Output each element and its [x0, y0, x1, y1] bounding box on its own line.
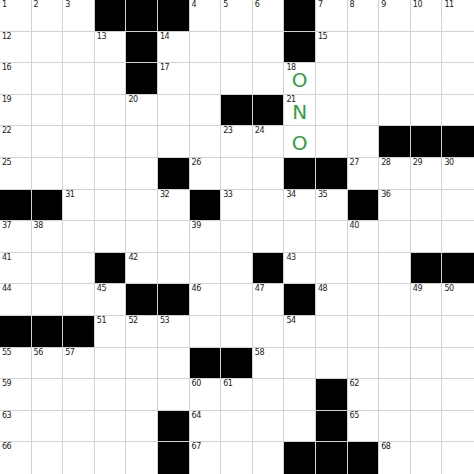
clue-number: 42 — [128, 254, 137, 262]
cell-r4c11[interactable] — [316, 95, 348, 127]
cell-r11c9[interactable] — [253, 316, 285, 348]
clue-number: 33 — [223, 191, 232, 199]
cell-r12c13[interactable] — [379, 348, 411, 380]
cell-r2c14[interactable] — [411, 32, 443, 64]
clue-number: 41 — [2, 254, 11, 262]
cell-r11c5[interactable]: 52 — [126, 316, 158, 348]
black-cell-r7c7 — [190, 190, 222, 222]
cell-r13c5[interactable] — [126, 379, 158, 411]
clue-number: 28 — [381, 159, 390, 167]
cell-r2c1[interactable]: 12 — [0, 32, 32, 64]
cell-r14c12[interactable]: 65 — [348, 411, 380, 443]
black-cell-r2c5 — [126, 32, 158, 64]
cell-r5c7[interactable] — [190, 126, 222, 158]
cell-r15c9[interactable] — [253, 442, 285, 474]
cell-r8c1[interactable]: 37 — [0, 221, 32, 253]
black-cell-r12c7 — [190, 348, 222, 380]
cell-r1c14[interactable]: 10 — [411, 0, 443, 32]
black-cell-r5c14 — [411, 126, 443, 158]
cell-r5c11[interactable] — [316, 126, 348, 158]
cell-r6c13[interactable]: 28 — [379, 158, 411, 190]
cell-r8c4[interactable] — [95, 221, 127, 253]
cell-r14c3[interactable] — [63, 411, 95, 443]
cell-r4c6[interactable] — [158, 95, 190, 127]
cell-letter: O — [284, 63, 315, 94]
cell-r13c12[interactable]: 62 — [348, 379, 380, 411]
black-cell-r9c4 — [95, 253, 127, 285]
cell-r15c2[interactable] — [32, 442, 64, 474]
cell-r4c13[interactable] — [379, 95, 411, 127]
clue-number: 46 — [192, 285, 201, 293]
clue-number: 60 — [192, 380, 201, 388]
clue-number: 1 — [2, 1, 7, 9]
black-cell-r5c15 — [442, 126, 474, 158]
clue-number: 59 — [2, 380, 11, 388]
cell-r12c11[interactable] — [316, 348, 348, 380]
clue-number: 16 — [2, 64, 11, 72]
cell-r10c1[interactable]: 44 — [0, 284, 32, 316]
cell-r6c14[interactable]: 29 — [411, 158, 443, 190]
clue-number: 52 — [128, 317, 137, 325]
clue-number: 39 — [192, 222, 201, 230]
cell-r15c13[interactable]: 68 — [379, 442, 411, 474]
cell-r3c11[interactable] — [316, 63, 348, 95]
cell-r11c14[interactable] — [411, 316, 443, 348]
cell-r2c11[interactable]: 15 — [316, 32, 348, 64]
cell-r13c4[interactable] — [95, 379, 127, 411]
cell-r5c6[interactable] — [158, 126, 190, 158]
cell-r2c2[interactable] — [32, 32, 64, 64]
cell-r2c9[interactable] — [253, 32, 285, 64]
cell-r6c5[interactable] — [126, 158, 158, 190]
cell-r2c6[interactable]: 14 — [158, 32, 190, 64]
clue-number: 37 — [2, 222, 11, 230]
clue-number: 56 — [34, 349, 43, 357]
cell-r14c14[interactable] — [411, 411, 443, 443]
cell-r8c2[interactable]: 38 — [32, 221, 64, 253]
cell-r4c1[interactable]: 19 — [0, 95, 32, 127]
cell-r9c11[interactable] — [316, 253, 348, 285]
cell-r6c7[interactable]: 26 — [190, 158, 222, 190]
cell-r8c3[interactable] — [63, 221, 95, 253]
cell-r7c8[interactable]: 33 — [221, 190, 253, 222]
clue-number: 48 — [318, 285, 327, 293]
cell-r4c3[interactable] — [63, 95, 95, 127]
cell-r12c14[interactable] — [411, 348, 443, 380]
cell-r15c8[interactable] — [221, 442, 253, 474]
black-cell-r14c11 — [316, 411, 348, 443]
clue-number: 3 — [65, 1, 70, 9]
cell-r14c9[interactable] — [253, 411, 285, 443]
clue-number: 15 — [318, 33, 327, 41]
clue-number: 68 — [381, 443, 390, 451]
cell-r8c9[interactable] — [253, 221, 285, 253]
cell-r12c2[interactable]: 56 — [32, 348, 64, 380]
cell-r10c15[interactable]: 50 — [442, 284, 474, 316]
black-cell-r10c10 — [284, 284, 316, 316]
cell-r3c15[interactable] — [442, 63, 474, 95]
cell-r8c15[interactable] — [442, 221, 474, 253]
cell-r13c2[interactable] — [32, 379, 64, 411]
cell-r12c9[interactable]: 58 — [253, 348, 285, 380]
cell-r15c3[interactable] — [63, 442, 95, 474]
cell-r6c8[interactable] — [221, 158, 253, 190]
cell-r15c15[interactable] — [442, 442, 474, 474]
clue-number: 6 — [255, 1, 260, 9]
black-cell-r7c1 — [0, 190, 32, 222]
clue-number: 34 — [286, 191, 295, 199]
clue-number: 54 — [286, 317, 295, 325]
cell-r13c9[interactable] — [253, 379, 285, 411]
black-cell-r1c5 — [126, 0, 158, 32]
black-cell-r2c10 — [284, 32, 316, 64]
clue-number: 20 — [128, 96, 137, 104]
clue-number: 40 — [350, 222, 359, 230]
cell-r1c3[interactable]: 3 — [63, 0, 95, 32]
cell-r10c13[interactable] — [379, 284, 411, 316]
clue-number: 25 — [2, 159, 11, 167]
cell-r13c15[interactable] — [442, 379, 474, 411]
cell-r8c5[interactable] — [126, 221, 158, 253]
cell-r13c1[interactable]: 59 — [0, 379, 32, 411]
black-cell-r11c1 — [0, 316, 32, 348]
cell-r3c2[interactable] — [32, 63, 64, 95]
clue-number: 12 — [2, 33, 11, 41]
black-cell-r10c6 — [158, 284, 190, 316]
cell-r15c1[interactable]: 66 — [0, 442, 32, 474]
cell-r10c9[interactable]: 47 — [253, 284, 285, 316]
clue-number: 38 — [34, 222, 43, 230]
cell-r7c6[interactable]: 32 — [158, 190, 190, 222]
cell-r12c10[interactable] — [284, 348, 316, 380]
cell-r13c13[interactable] — [379, 379, 411, 411]
clue-number: 49 — [413, 285, 422, 293]
cell-r3c13[interactable] — [379, 63, 411, 95]
cell-letter: O — [284, 126, 315, 157]
clue-number: 17 — [160, 64, 169, 72]
clue-number: 32 — [160, 191, 169, 199]
cell-r9c13[interactable] — [379, 253, 411, 285]
black-cell-r15c11 — [316, 442, 348, 474]
black-cell-r13c11 — [316, 379, 348, 411]
cell-r5c9[interactable]: 24 — [253, 126, 285, 158]
cell-r14c1[interactable]: 63 — [0, 411, 32, 443]
black-cell-r15c12 — [348, 442, 380, 474]
cell-r1c1[interactable]: 1 — [0, 0, 32, 32]
cell-r2c4[interactable]: 13 — [95, 32, 127, 64]
cell-r1c8[interactable]: 5 — [221, 0, 253, 32]
black-cell-r11c3 — [63, 316, 95, 348]
clue-number: 24 — [255, 127, 264, 135]
black-cell-r9c15 — [442, 253, 474, 285]
cell-r12c5[interactable] — [126, 348, 158, 380]
cell-r13c3[interactable] — [63, 379, 95, 411]
black-cell-r11c2 — [32, 316, 64, 348]
cell-r6c3[interactable] — [63, 158, 95, 190]
cell-r5c5[interactable] — [126, 126, 158, 158]
cell-r5c1[interactable]: 22 — [0, 126, 32, 158]
black-cell-r5c13 — [379, 126, 411, 158]
cell-r15c14[interactable] — [411, 442, 443, 474]
black-cell-r14c6 — [158, 411, 190, 443]
cell-r9c10[interactable]: 43 — [284, 253, 316, 285]
cell-r8c7[interactable]: 39 — [190, 221, 222, 253]
clue-number: 43 — [286, 254, 295, 262]
cell-r13c8[interactable]: 61 — [221, 379, 253, 411]
cell-r1c2[interactable]: 2 — [32, 0, 64, 32]
black-cell-r9c9 — [253, 253, 285, 285]
clue-number: 4 — [192, 1, 197, 9]
cell-r3c6[interactable]: 17 — [158, 63, 190, 95]
black-cell-r1c4 — [95, 0, 127, 32]
cell-r3c14[interactable] — [411, 63, 443, 95]
cell-r1c15[interactable]: 11 — [442, 0, 474, 32]
black-cell-r15c6 — [158, 442, 190, 474]
cell-r8c12[interactable]: 40 — [348, 221, 380, 253]
cell-r4c4[interactable] — [95, 95, 127, 127]
crossword-board: 123456789101112131415161718O192021N22232… — [0, 0, 474, 474]
clue-number: 2 — [34, 1, 39, 9]
cell-r11c15[interactable] — [442, 316, 474, 348]
cell-r3c1[interactable]: 16 — [0, 63, 32, 95]
black-cell-r1c10 — [284, 0, 316, 32]
cell-r3c4[interactable] — [95, 63, 127, 95]
cell-r3c10[interactable]: 18O — [284, 63, 316, 95]
cell-r8c13[interactable] — [379, 221, 411, 253]
cell-r10c3[interactable] — [63, 284, 95, 316]
cell-r12c6[interactable] — [158, 348, 190, 380]
cell-r8c6[interactable] — [158, 221, 190, 253]
cell-r7c14[interactable] — [411, 190, 443, 222]
clue-number: 67 — [192, 443, 201, 451]
cell-r4c14[interactable] — [411, 95, 443, 127]
clue-number: 7 — [318, 1, 323, 9]
cell-r5c2[interactable] — [32, 126, 64, 158]
clue-number: 45 — [97, 285, 106, 293]
black-cell-r12c8 — [221, 348, 253, 380]
black-cell-r7c12 — [348, 190, 380, 222]
black-cell-r4c8 — [221, 95, 253, 127]
black-cell-r6c10 — [284, 158, 316, 190]
cell-r9c1[interactable]: 41 — [0, 253, 32, 285]
cell-r7c3[interactable]: 31 — [63, 190, 95, 222]
cell-r1c9[interactable]: 6 — [253, 0, 285, 32]
black-cell-r4c9 — [253, 95, 285, 127]
cell-r14c7[interactable]: 64 — [190, 411, 222, 443]
cell-r3c3[interactable] — [63, 63, 95, 95]
clue-number: 55 — [2, 349, 11, 357]
clue-number: 14 — [160, 33, 169, 41]
cell-r9c5[interactable]: 42 — [126, 253, 158, 285]
cell-r6c1[interactable]: 25 — [0, 158, 32, 190]
clue-number: 5 — [223, 1, 228, 9]
clue-number: 31 — [65, 191, 74, 199]
cell-r14c8[interactable] — [221, 411, 253, 443]
cell-r9c2[interactable] — [32, 253, 64, 285]
clue-number: 8 — [350, 1, 355, 9]
black-cell-r3c5 — [126, 63, 158, 95]
cell-r10c2[interactable] — [32, 284, 64, 316]
clue-number: 27 — [350, 159, 359, 167]
clue-number: 10 — [413, 1, 422, 9]
cell-r4c2[interactable] — [32, 95, 64, 127]
cell-r9c6[interactable] — [158, 253, 190, 285]
cell-r10c12[interactable] — [348, 284, 380, 316]
black-cell-r10c5 — [126, 284, 158, 316]
clue-number: 64 — [192, 412, 201, 420]
clue-number: 23 — [223, 127, 232, 135]
cell-r6c4[interactable] — [95, 158, 127, 190]
cell-r15c5[interactable] — [126, 442, 158, 474]
cell-r7c10[interactable]: 34 — [284, 190, 316, 222]
cell-r3c8[interactable] — [221, 63, 253, 95]
cell-r11c7[interactable] — [190, 316, 222, 348]
cell-r11c12[interactable] — [348, 316, 380, 348]
cell-r7c13[interactable]: 36 — [379, 190, 411, 222]
cell-r7c11[interactable]: 35 — [316, 190, 348, 222]
cell-r12c1[interactable]: 55 — [0, 348, 32, 380]
cell-r11c11[interactable] — [316, 316, 348, 348]
clue-number: 29 — [413, 159, 422, 167]
cell-r5c8[interactable]: 23 — [221, 126, 253, 158]
black-cell-r7c2 — [32, 190, 64, 222]
cell-r7c9[interactable] — [253, 190, 285, 222]
clue-number: 26 — [192, 159, 201, 167]
clue-number: 13 — [97, 33, 106, 41]
clue-number: 58 — [255, 349, 264, 357]
clue-number: 50 — [444, 285, 453, 293]
cell-r15c7[interactable]: 67 — [190, 442, 222, 474]
cell-r4c12[interactable] — [348, 95, 380, 127]
cell-r6c15[interactable]: 30 — [442, 158, 474, 190]
cell-letter: N — [284, 95, 315, 126]
cell-r14c4[interactable] — [95, 411, 127, 443]
cell-r14c2[interactable] — [32, 411, 64, 443]
cell-r11c4[interactable]: 51 — [95, 316, 127, 348]
cell-r1c7[interactable]: 4 — [190, 0, 222, 32]
black-cell-r15c10 — [284, 442, 316, 474]
cell-r2c8[interactable] — [221, 32, 253, 64]
cell-r12c12[interactable] — [348, 348, 380, 380]
cell-r9c3[interactable] — [63, 253, 95, 285]
cell-r4c5[interactable]: 20 — [126, 95, 158, 127]
cell-r2c3[interactable] — [63, 32, 95, 64]
clue-number: 47 — [255, 285, 264, 293]
cell-r1c11[interactable]: 7 — [316, 0, 348, 32]
cell-r7c5[interactable] — [126, 190, 158, 222]
cell-r6c12[interactable]: 27 — [348, 158, 380, 190]
clue-number: 35 — [318, 191, 327, 199]
cell-r11c8[interactable] — [221, 316, 253, 348]
black-cell-r6c6 — [158, 158, 190, 190]
black-cell-r6c11 — [316, 158, 348, 190]
clue-number: 11 — [444, 1, 453, 9]
cell-r10c14[interactable]: 49 — [411, 284, 443, 316]
black-cell-r1c6 — [158, 0, 190, 32]
cell-r10c8[interactable] — [221, 284, 253, 316]
cell-r9c7[interactable] — [190, 253, 222, 285]
cell-r15c4[interactable] — [95, 442, 127, 474]
cell-r4c7[interactable] — [190, 95, 222, 127]
cell-r10c4[interactable]: 45 — [95, 284, 127, 316]
cell-r6c2[interactable] — [32, 158, 64, 190]
cell-r14c13[interactable] — [379, 411, 411, 443]
clue-number: 9 — [381, 1, 386, 9]
clue-number: 65 — [350, 412, 359, 420]
cell-r12c4[interactable] — [95, 348, 127, 380]
cell-r2c13[interactable] — [379, 32, 411, 64]
cell-r13c7[interactable]: 60 — [190, 379, 222, 411]
cell-r10c7[interactable]: 46 — [190, 284, 222, 316]
cell-r7c15[interactable] — [442, 190, 474, 222]
cell-r5c4[interactable] — [95, 126, 127, 158]
cell-r8c10[interactable] — [284, 221, 316, 253]
clue-number: 62 — [350, 380, 359, 388]
clue-number: 53 — [160, 317, 169, 325]
cell-r1c13[interactable]: 9 — [379, 0, 411, 32]
clue-number: 66 — [2, 443, 11, 451]
cell-r5c10[interactable]: O — [284, 126, 316, 158]
cell-r13c10[interactable] — [284, 379, 316, 411]
cell-r5c3[interactable] — [63, 126, 95, 158]
black-cell-r9c14 — [411, 253, 443, 285]
cell-r13c14[interactable] — [411, 379, 443, 411]
clue-number: 44 — [2, 285, 11, 293]
cell-r2c7[interactable] — [190, 32, 222, 64]
cell-r1c12[interactable]: 8 — [348, 0, 380, 32]
cell-r12c3[interactable]: 57 — [63, 348, 95, 380]
clue-number: 19 — [2, 96, 11, 104]
cell-r2c12[interactable] — [348, 32, 380, 64]
clue-number: 63 — [2, 412, 11, 420]
cell-r6c9[interactable] — [253, 158, 285, 190]
cell-r3c7[interactable] — [190, 63, 222, 95]
cell-r4c10[interactable]: 21N — [284, 95, 316, 127]
cell-r9c8[interactable] — [221, 253, 253, 285]
clue-number: 51 — [97, 317, 106, 325]
cell-r3c9[interactable] — [253, 63, 285, 95]
cell-r11c6[interactable]: 53 — [158, 316, 190, 348]
cell-r4c15[interactable] — [442, 95, 474, 127]
clue-number: 22 — [2, 127, 11, 135]
cell-r14c5[interactable] — [126, 411, 158, 443]
clue-number: 36 — [381, 191, 390, 199]
cell-r14c15[interactable] — [442, 411, 474, 443]
cell-r7c4[interactable] — [95, 190, 127, 222]
clue-number: 61 — [223, 380, 232, 388]
cell-r10c11[interactable]: 48 — [316, 284, 348, 316]
cell-r8c8[interactable] — [221, 221, 253, 253]
clue-number: 30 — [444, 159, 453, 167]
cell-r8c11[interactable] — [316, 221, 348, 253]
cell-r12c15[interactable] — [442, 348, 474, 380]
cell-r11c10[interactable]: 54 — [284, 316, 316, 348]
cell-r13c6[interactable] — [158, 379, 190, 411]
cell-r11c13[interactable] — [379, 316, 411, 348]
cell-r14c10[interactable] — [284, 411, 316, 443]
cell-r3c12[interactable] — [348, 63, 380, 95]
cell-r8c14[interactable] — [411, 221, 443, 253]
cell-r9c12[interactable] — [348, 253, 380, 285]
cell-r2c15[interactable] — [442, 32, 474, 64]
clue-number: 57 — [65, 349, 74, 357]
cell-r5c12[interactable] — [348, 126, 380, 158]
